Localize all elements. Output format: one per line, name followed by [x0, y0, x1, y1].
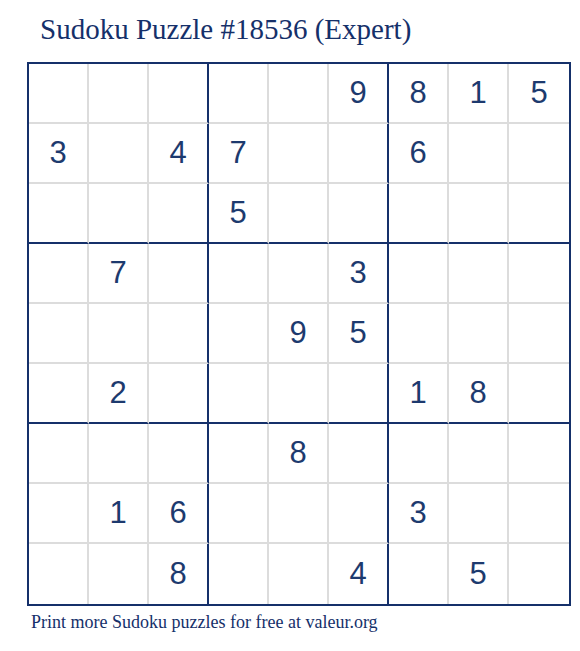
cell-r1c4[interactable] — [209, 64, 269, 124]
cell-r6c6[interactable] — [329, 364, 389, 424]
cell-r6c4[interactable] — [209, 364, 269, 424]
cell-r2c8[interactable] — [449, 124, 509, 184]
cell-r7c1[interactable] — [29, 424, 89, 484]
cell-r2c2[interactable] — [89, 124, 149, 184]
cell-r8c4[interactable] — [209, 484, 269, 544]
cell-r6c7[interactable]: 1 — [389, 364, 449, 424]
cell-r4c4[interactable] — [209, 244, 269, 304]
cell-r9c9[interactable] — [509, 544, 569, 604]
cell-r7c6[interactable] — [329, 424, 389, 484]
footer-text: Print more Sudoku puzzles for free at va… — [31, 612, 378, 633]
cell-r6c3[interactable] — [149, 364, 209, 424]
cell-r3c4[interactable]: 5 — [209, 184, 269, 244]
cell-r8c5[interactable] — [269, 484, 329, 544]
cell-r9c2[interactable] — [89, 544, 149, 604]
cell-r4c9[interactable] — [509, 244, 569, 304]
cell-r5c1[interactable] — [29, 304, 89, 364]
cell-r5c4[interactable] — [209, 304, 269, 364]
cell-r8c6[interactable] — [329, 484, 389, 544]
cell-r7c4[interactable] — [209, 424, 269, 484]
cell-r3c5[interactable] — [269, 184, 329, 244]
cell-r8c1[interactable] — [29, 484, 89, 544]
cell-r3c3[interactable] — [149, 184, 209, 244]
cell-r9c4[interactable] — [209, 544, 269, 604]
cell-r3c2[interactable] — [89, 184, 149, 244]
cell-r7c9[interactable] — [509, 424, 569, 484]
cell-r9c6[interactable]: 4 — [329, 544, 389, 604]
cell-r5c2[interactable] — [89, 304, 149, 364]
cell-r9c1[interactable] — [29, 544, 89, 604]
cell-r6c2[interactable]: 2 — [89, 364, 149, 424]
cell-r1c7[interactable]: 8 — [389, 64, 449, 124]
cell-r6c1[interactable] — [29, 364, 89, 424]
cell-r6c5[interactable] — [269, 364, 329, 424]
cell-r4c7[interactable] — [389, 244, 449, 304]
cell-r5c5[interactable]: 9 — [269, 304, 329, 364]
cell-r1c8[interactable]: 1 — [449, 64, 509, 124]
cell-r1c3[interactable] — [149, 64, 209, 124]
cell-r8c9[interactable] — [509, 484, 569, 544]
cell-r9c7[interactable] — [389, 544, 449, 604]
cell-r9c3[interactable]: 8 — [149, 544, 209, 604]
cell-r6c8[interactable]: 8 — [449, 364, 509, 424]
cell-r2c9[interactable] — [509, 124, 569, 184]
cell-r8c7[interactable]: 3 — [389, 484, 449, 544]
cell-r1c9[interactable]: 5 — [509, 64, 569, 124]
cell-r2c6[interactable] — [329, 124, 389, 184]
cell-r3c6[interactable] — [329, 184, 389, 244]
cell-r2c7[interactable]: 6 — [389, 124, 449, 184]
cell-r2c5[interactable] — [269, 124, 329, 184]
cell-r6c9[interactable] — [509, 364, 569, 424]
cell-r5c3[interactable] — [149, 304, 209, 364]
cell-r8c3[interactable]: 6 — [149, 484, 209, 544]
cell-r4c1[interactable] — [29, 244, 89, 304]
cell-r2c4[interactable]: 7 — [209, 124, 269, 184]
cell-r3c9[interactable] — [509, 184, 569, 244]
cell-r8c2[interactable]: 1 — [89, 484, 149, 544]
cell-r5c8[interactable] — [449, 304, 509, 364]
cell-r5c9[interactable] — [509, 304, 569, 364]
cell-r1c2[interactable] — [89, 64, 149, 124]
cell-r7c2[interactable] — [89, 424, 149, 484]
cell-r3c8[interactable] — [449, 184, 509, 244]
sudoku-board: 98153476573952188163845 — [27, 62, 571, 606]
cell-r7c3[interactable] — [149, 424, 209, 484]
cell-r1c6[interactable]: 9 — [329, 64, 389, 124]
cell-r2c1[interactable]: 3 — [29, 124, 89, 184]
cell-r3c7[interactable] — [389, 184, 449, 244]
cell-r7c8[interactable] — [449, 424, 509, 484]
cell-r3c1[interactable] — [29, 184, 89, 244]
cell-r1c5[interactable] — [269, 64, 329, 124]
cell-r2c3[interactable]: 4 — [149, 124, 209, 184]
cell-r4c8[interactable] — [449, 244, 509, 304]
cell-r1c1[interactable] — [29, 64, 89, 124]
cell-r4c2[interactable]: 7 — [89, 244, 149, 304]
cell-r5c7[interactable] — [389, 304, 449, 364]
cell-r9c5[interactable] — [269, 544, 329, 604]
cell-r7c7[interactable] — [389, 424, 449, 484]
cell-r4c6[interactable]: 3 — [329, 244, 389, 304]
cell-r9c8[interactable]: 5 — [449, 544, 509, 604]
cell-r8c8[interactable] — [449, 484, 509, 544]
cell-r7c5[interactable]: 8 — [269, 424, 329, 484]
cell-r4c5[interactable] — [269, 244, 329, 304]
page-title: Sudoku Puzzle #18536 (Expert) — [40, 13, 411, 46]
cell-r4c3[interactable] — [149, 244, 209, 304]
cell-r5c6[interactable]: 5 — [329, 304, 389, 364]
